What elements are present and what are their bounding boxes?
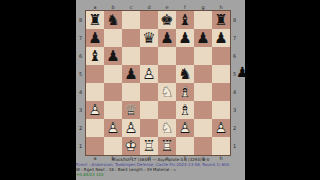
square-e1[interactable]: ♜♖ xyxy=(158,137,176,155)
white-pawn-c2[interactable]: ♟♙ xyxy=(122,119,140,137)
rank-labels-left: 87654321 xyxy=(79,11,85,155)
square-a7[interactable]: ♟ xyxy=(86,29,104,47)
rank-label-1: 1 xyxy=(233,137,239,155)
black-pawn-g7[interactable]: ♟ xyxy=(196,29,209,47)
square-g2[interactable] xyxy=(194,119,212,137)
square-g4[interactable] xyxy=(194,83,212,101)
square-c6[interactable] xyxy=(122,47,140,65)
square-g8[interactable] xyxy=(194,11,212,29)
white-rook-d1[interactable]: ♜♖ xyxy=(140,137,158,155)
black-bishop-f8[interactable]: ♝ xyxy=(178,11,191,29)
file-label-d: d xyxy=(140,4,158,10)
rank-label-3: 3 xyxy=(233,101,239,119)
square-g3[interactable] xyxy=(194,101,212,119)
white-rook-e1[interactable]: ♜♖ xyxy=(158,137,176,155)
square-e5[interactable] xyxy=(158,65,176,83)
square-h4[interactable] xyxy=(212,83,230,101)
square-f2[interactable]: ♟♙ xyxy=(176,119,194,137)
square-f3[interactable]: ♝♗ xyxy=(176,101,194,119)
white-king-c1[interactable]: ♚♔ xyxy=(122,137,140,155)
square-f1[interactable] xyxy=(176,137,194,155)
white-knight-e2[interactable]: ♞♘ xyxy=(158,119,176,137)
black-pawn-e7[interactable]: ♟ xyxy=(160,29,173,47)
black-pawn-b6[interactable]: ♟ xyxy=(106,47,119,65)
square-b2[interactable]: ♟♙ xyxy=(104,119,122,137)
file-label-a: a xyxy=(86,4,104,10)
file-label-b: b xyxy=(104,4,122,10)
square-f5[interactable]: ♞ xyxy=(176,65,194,83)
square-d8[interactable] xyxy=(140,11,158,29)
square-c1[interactable]: ♚♔ xyxy=(122,137,140,155)
square-d5[interactable]: ♟♙ xyxy=(140,65,158,83)
square-b8[interactable]: ♞ xyxy=(104,11,122,29)
chess-board[interactable]: ♜♞♚♝♜♟♛♟♟♟♟♝♟♟♟♙♞♞♘♝♗♟♙♛♕♝♗♟♙♟♙♞♘♟♙♟♙♚♔♜… xyxy=(86,11,230,155)
square-c7[interactable] xyxy=(122,29,140,47)
square-g7[interactable]: ♟ xyxy=(194,29,212,47)
rank-label-7: 7 xyxy=(79,29,85,47)
square-d3[interactable] xyxy=(140,101,158,119)
square-b4[interactable] xyxy=(104,83,122,101)
square-e8[interactable]: ♚ xyxy=(158,11,176,29)
file-label-e: e xyxy=(158,4,176,10)
rank-labels-right: 87654321 xyxy=(233,11,239,155)
square-b3[interactable] xyxy=(104,101,122,119)
square-c8[interactable] xyxy=(122,11,140,29)
square-h8[interactable]: ♜ xyxy=(212,11,230,29)
square-b7[interactable] xyxy=(104,29,122,47)
white-queen-c3[interactable]: ♛♕ xyxy=(122,101,140,119)
square-e3[interactable] xyxy=(158,101,176,119)
square-a8[interactable]: ♜ xyxy=(86,11,104,29)
square-c3[interactable]: ♛♕ xyxy=(122,101,140,119)
square-a1[interactable] xyxy=(86,137,104,155)
black-knight-b8[interactable]: ♞ xyxy=(106,11,119,29)
square-c5[interactable]: ♟ xyxy=(122,65,140,83)
material-black-pawn-icon: ♟ xyxy=(236,64,249,80)
square-h6[interactable] xyxy=(212,47,230,65)
black-pawn-c5[interactable]: ♟ xyxy=(124,65,137,83)
rank-label-6: 6 xyxy=(233,47,239,65)
black-rook-a8[interactable]: ♜ xyxy=(88,11,101,29)
square-h2[interactable]: ♟♙ xyxy=(212,119,230,137)
square-a5[interactable] xyxy=(86,65,104,83)
square-e6[interactable] xyxy=(158,47,176,65)
square-a6[interactable]: ♝ xyxy=(86,47,104,65)
black-knight-f5[interactable]: ♞ xyxy=(178,65,191,83)
black-king-e8[interactable]: ♚ xyxy=(160,11,173,29)
rank-label-7: 7 xyxy=(233,29,239,47)
white-bishop-f3[interactable]: ♝♗ xyxy=(176,101,194,119)
square-a2[interactable] xyxy=(86,119,104,137)
caption-block: Stockfish 17 (3644) — Asymptote 0.8 (329… xyxy=(76,158,245,178)
square-f8[interactable]: ♝ xyxy=(176,11,194,29)
white-knight-e4[interactable]: ♞♘ xyxy=(158,83,176,101)
file-label-g: g xyxy=(194,4,212,10)
black-queen-d7[interactable]: ♛ xyxy=(142,29,155,47)
white-pawn-b2[interactable]: ♟♙ xyxy=(104,119,122,137)
square-b6[interactable]: ♟ xyxy=(104,47,122,65)
file-label-c: c xyxy=(122,4,140,10)
square-h7[interactable]: ♟ xyxy=(212,29,230,47)
engine-eval-line: +0.84/22 120 xyxy=(76,173,245,178)
square-c4[interactable] xyxy=(122,83,140,101)
square-d4[interactable] xyxy=(140,83,158,101)
square-d7[interactable]: ♛ xyxy=(140,29,158,47)
square-g6[interactable] xyxy=(194,47,212,65)
rank-label-4: 4 xyxy=(79,83,85,101)
white-pawn-d5[interactable]: ♟♙ xyxy=(140,65,158,83)
rank-label-8: 8 xyxy=(79,11,85,29)
square-h1[interactable] xyxy=(212,137,230,155)
square-b5[interactable] xyxy=(104,65,122,83)
rank-label-6: 6 xyxy=(79,47,85,65)
file-labels-top: abcdefgh xyxy=(86,4,230,10)
white-pawn-f2[interactable]: ♟♙ xyxy=(176,119,194,137)
rank-label-1: 1 xyxy=(79,137,85,155)
square-d1[interactable]: ♜♖ xyxy=(140,137,158,155)
file-label-h: h xyxy=(212,4,230,10)
black-pawn-a7[interactable]: ♟ xyxy=(88,29,101,47)
square-d2[interactable] xyxy=(140,119,158,137)
square-a3[interactable]: ♟♙ xyxy=(86,101,104,119)
rank-label-2: 2 xyxy=(233,119,239,137)
square-e2[interactable]: ♞♘ xyxy=(158,119,176,137)
white-pawn-h2[interactable]: ♟♙ xyxy=(212,119,230,137)
square-e7[interactable]: ♟ xyxy=(158,29,176,47)
square-f6[interactable] xyxy=(176,47,194,65)
rank-label-5: 5 xyxy=(79,65,85,83)
black-rook-h8[interactable]: ♜ xyxy=(214,11,227,29)
square-h3[interactable] xyxy=(212,101,230,119)
square-d6[interactable] xyxy=(140,47,158,65)
white-pawn-a3[interactable]: ♟♙ xyxy=(86,101,104,119)
video-frame: { "game": "chess", "position": { "fen": … xyxy=(0,0,320,180)
square-c2[interactable]: ♟♙ xyxy=(122,119,140,137)
square-b1[interactable] xyxy=(104,137,122,155)
square-h5[interactable] xyxy=(212,65,230,83)
file-label-f: f xyxy=(176,4,194,10)
square-a4[interactable] xyxy=(86,83,104,101)
rank-label-8: 8 xyxy=(233,11,239,29)
square-f4[interactable]: ♝♗ xyxy=(176,83,194,101)
rank-label-4: 4 xyxy=(233,83,239,101)
square-g5[interactable] xyxy=(194,65,212,83)
square-e4[interactable]: ♞♘ xyxy=(158,83,176,101)
black-pawn-f7[interactable]: ♟ xyxy=(178,29,191,47)
square-g1[interactable] xyxy=(194,137,212,155)
white-bishop-f4[interactable]: ♝♗ xyxy=(176,83,194,101)
black-bishop-a6[interactable]: ♝ xyxy=(88,47,101,65)
black-pawn-h7[interactable]: ♟ xyxy=(214,29,227,47)
rank-label-3: 3 xyxy=(79,101,85,119)
rank-label-2: 2 xyxy=(79,119,85,137)
square-f7[interactable]: ♟ xyxy=(176,29,194,47)
